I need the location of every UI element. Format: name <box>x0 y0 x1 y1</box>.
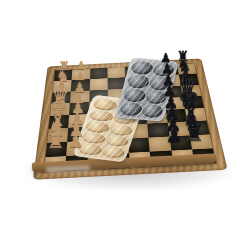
black-pawn[interactable]: ♟ <box>165 125 183 145</box>
wrapped-dark-pieces-piece <box>119 102 143 117</box>
wrapped-dark-pieces-piece <box>140 104 164 119</box>
white-pawn[interactable]: ♟ <box>67 132 83 150</box>
wrapped-light-pieces-piece <box>92 98 118 111</box>
wrapped-light-pieces-piece <box>104 135 130 148</box>
black-rook[interactable]: ♜ <box>184 122 204 145</box>
wrapped-dark-pieces-piece <box>123 88 147 103</box>
wrapped-light-pieces-piece <box>81 132 107 145</box>
wrapped-dark-pieces-piece <box>130 61 154 76</box>
wrapped-light-pieces-piece <box>88 109 114 122</box>
wrapped-light-pieces-piece <box>84 121 110 134</box>
wrapped-light-pieces-piece <box>108 123 134 136</box>
white-rook[interactable]: ♜ <box>47 131 65 151</box>
wrapped-dark-pieces-piece <box>126 74 150 89</box>
wrapped-light-pieces-piece <box>100 146 126 159</box>
product-photo: ♜♞♝♛♚♝♞♜♟♟♟♟♟♟♟♟♜♞♝♛♚♝♞♜♟♟♟♟♟♟♟♟ <box>0 0 240 240</box>
